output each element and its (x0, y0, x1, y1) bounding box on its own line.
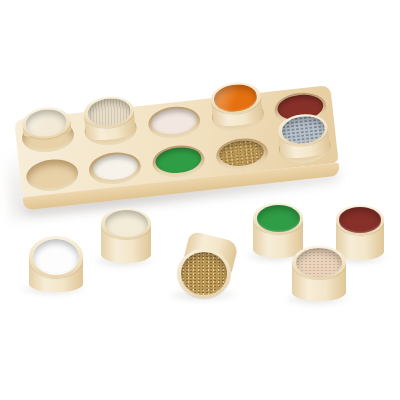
texture-gold (181, 252, 227, 294)
cylinder-top-rim (336, 205, 384, 235)
cylinder-top-rim (177, 249, 231, 298)
texture-ivory (105, 210, 148, 237)
cylinder-top-rim (29, 236, 83, 278)
cylinder-gold[interactable] (177, 234, 235, 298)
cylinder-top-rim (101, 208, 151, 239)
cylinder-top-rim (253, 203, 303, 234)
cylinder-white[interactable] (29, 236, 83, 292)
texture-white (33, 239, 79, 275)
cylinder-sand[interactable] (292, 246, 346, 302)
cylinder-top-rim (292, 246, 346, 279)
cylinder-ivory[interactable] (101, 208, 151, 264)
texture-sand (296, 248, 342, 277)
cylinder-green[interactable] (253, 203, 303, 259)
cylinder-maroon[interactable] (336, 205, 384, 261)
loose-cylinders-area (0, 0, 400, 400)
texture-green (257, 205, 300, 232)
scene (0, 0, 400, 400)
texture-maroon (339, 207, 380, 233)
